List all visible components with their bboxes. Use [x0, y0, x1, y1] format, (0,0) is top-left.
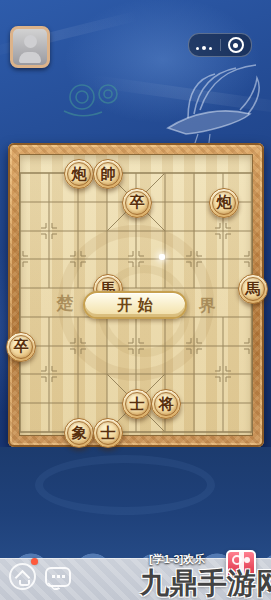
avatar-head-silhouette [24, 35, 37, 48]
exit-button[interactable] [221, 34, 252, 56]
start-button[interactable]: 开始 [83, 291, 187, 319]
xiangqi-piece-0-6[interactable]: 卒 [6, 332, 36, 362]
piece-glyph: 帥 [94, 160, 122, 188]
sparkle-effect [159, 254, 165, 260]
piece-glyph: 卒 [123, 189, 151, 217]
teal-swirl-motif [58, 78, 138, 122]
xiangqi-piece-3-0[interactable]: 帥 [93, 159, 123, 189]
miniprogram-capsule [188, 33, 252, 57]
piece-glyph: 卒 [7, 333, 35, 361]
xiangqi-piece-4-8[interactable]: 士 [122, 389, 152, 419]
xiangqi-piece-4-1[interactable]: 卒 [122, 188, 152, 218]
piece-glyph: 士 [123, 390, 151, 418]
wave-pattern-band [0, 447, 271, 558]
crane-icon [138, 52, 271, 152]
app-screen: 楚 界 炮帥卒炮馬馬卒士将象士 开始 [学1-3]欢乐 九鼎手游网 [0, 0, 271, 600]
more-dots-icon [195, 36, 214, 54]
xiangqi-piece-8-4[interactable]: 馬 [238, 274, 268, 304]
xiangqi-piece-2-0[interactable]: 炮 [64, 159, 94, 189]
gift-box-icon[interactable] [226, 550, 256, 580]
piece-glyph: 炮 [65, 160, 93, 188]
exit-target-icon [228, 37, 244, 53]
level-label: [学1-3]欢乐 [149, 552, 205, 567]
avatar-bust-silhouette [19, 52, 41, 63]
more-button[interactable] [189, 34, 220, 56]
xiangqi-piece-5-8[interactable]: 将 [151, 389, 181, 419]
river-char-right: 界 [199, 294, 216, 317]
piece-glyph: 象 [65, 419, 93, 447]
red-notification-dot [31, 558, 38, 565]
piece-glyph: 将 [152, 390, 180, 418]
fabric-fold [90, 75, 271, 118]
chat-bubble-icon[interactable] [45, 567, 71, 587]
piece-glyph: 炮 [210, 189, 238, 217]
river-char-left: 楚 [57, 292, 74, 315]
piece-glyph: 士 [94, 419, 122, 447]
piece-glyph: 馬 [239, 275, 267, 303]
xiangqi-piece-2-9[interactable]: 象 [64, 418, 94, 448]
xiangqi-piece-7-1[interactable]: 炮 [209, 188, 239, 218]
xiangqi-piece-3-9[interactable]: 士 [93, 418, 123, 448]
avatar[interactable] [10, 26, 50, 68]
rank-mountain-icon[interactable] [9, 563, 36, 590]
